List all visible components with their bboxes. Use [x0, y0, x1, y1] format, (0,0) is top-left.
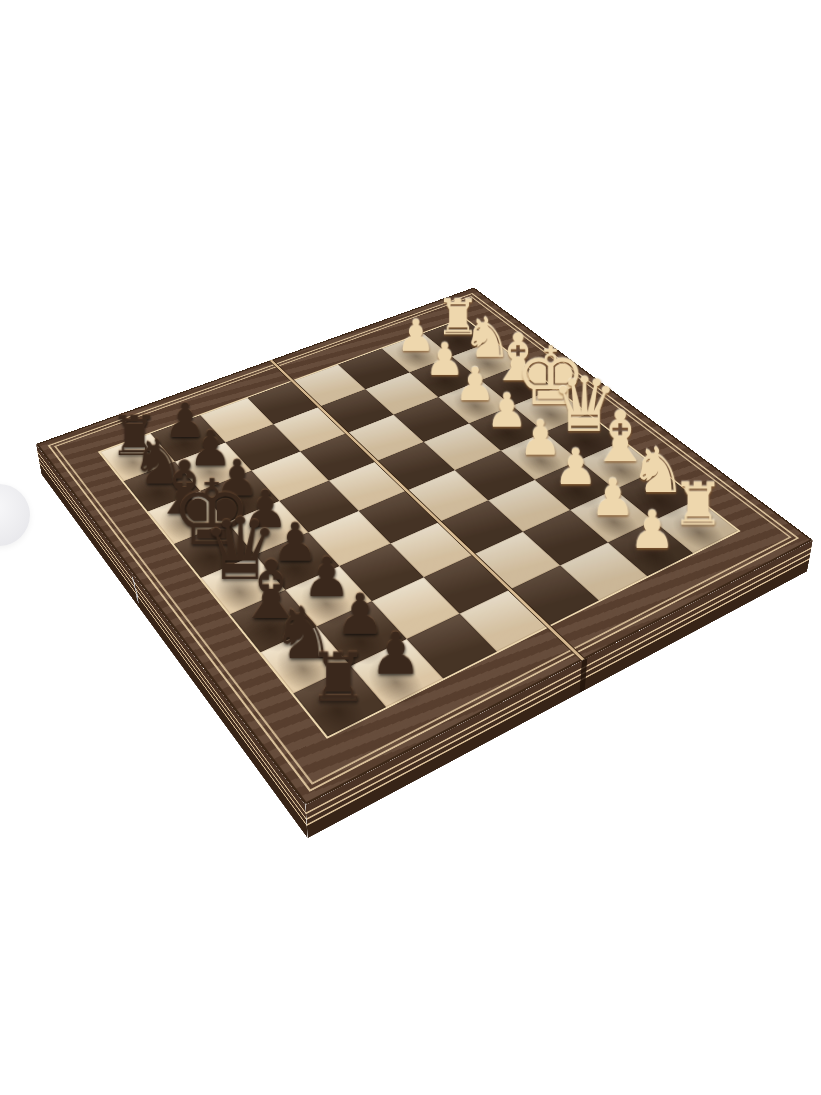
pawn-glyph: ♟	[579, 504, 726, 557]
rook-glyph: ♜	[255, 644, 421, 712]
board-top-face: ♜♞♝♚♛♝♞♜♟♟♟♟♟♟♟♟♟♟♟♟♟♟♟♟♜♞♝♚♛♝♞♜	[36, 288, 813, 805]
scene: ♜♞♝♚♛♝♞♜♟♟♟♟♟♟♟♟♟♟♟♟♟♟♟♟♜♞♝♚♛♝♞♜	[0, 0, 821, 1095]
background-disc	[0, 484, 30, 546]
